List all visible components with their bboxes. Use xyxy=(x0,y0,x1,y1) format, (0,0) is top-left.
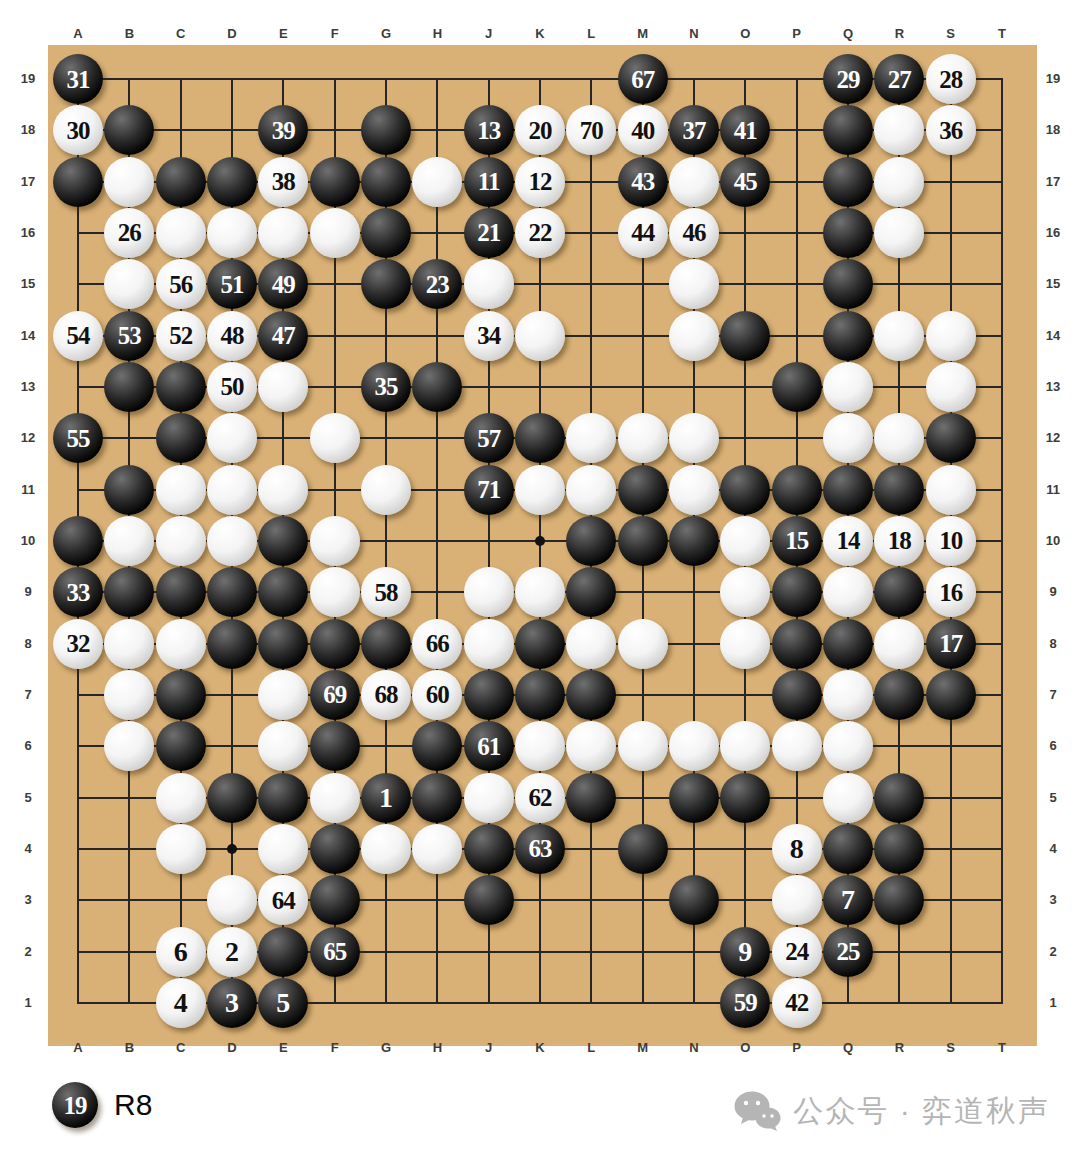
row-label-left: 11 xyxy=(11,482,45,498)
move-number: 51 xyxy=(220,272,243,297)
move-number: 18 xyxy=(888,528,911,553)
stone-white-K16: 22 xyxy=(515,208,565,258)
stone-black-E10 xyxy=(258,516,308,566)
stone-white-N17 xyxy=(669,157,719,207)
move-number: 7 xyxy=(841,886,855,914)
caption-move-number: 19 xyxy=(64,1093,87,1118)
stone-white-C1: 4 xyxy=(156,978,206,1028)
stone-white-E13 xyxy=(258,362,308,412)
stone-black-O14 xyxy=(720,311,770,361)
stone-black-F6 xyxy=(310,721,360,771)
stone-white-C2: 6 xyxy=(156,927,206,977)
row-label-right: 5 xyxy=(1036,790,1070,806)
move-number: 45 xyxy=(734,169,757,194)
stone-black-D15: 51 xyxy=(207,259,257,309)
stone-white-N12 xyxy=(669,413,719,463)
move-number: 11 xyxy=(478,169,500,194)
row-label-left: 14 xyxy=(11,328,45,344)
row-label-right: 13 xyxy=(1036,379,1070,395)
move-number: 38 xyxy=(272,169,295,194)
stone-white-P3 xyxy=(772,875,822,925)
move-number: 50 xyxy=(220,374,243,399)
row-label-right: 11 xyxy=(1036,482,1070,498)
stone-white-J15 xyxy=(464,259,514,309)
stone-black-H5 xyxy=(412,773,462,823)
stone-black-N18: 37 xyxy=(669,105,719,155)
move-number: 54 xyxy=(67,323,90,348)
row-label-left: 10 xyxy=(11,533,45,549)
stone-black-P9 xyxy=(772,567,822,617)
stone-white-S14 xyxy=(926,311,976,361)
move-number: 28 xyxy=(939,67,962,92)
stone-black-J18: 13 xyxy=(464,105,514,155)
move-number: 13 xyxy=(477,118,500,143)
move-number: 10 xyxy=(939,528,962,553)
row-label-left: 4 xyxy=(11,841,45,857)
stone-black-M19: 67 xyxy=(618,54,668,104)
stone-white-S10: 10 xyxy=(926,516,976,566)
move-number: 30 xyxy=(67,118,90,143)
stone-black-G5: 1 xyxy=(361,773,411,823)
stone-white-F12 xyxy=(310,413,360,463)
column-label-bottom: E xyxy=(266,1040,300,1056)
move-number: 9 xyxy=(738,938,752,966)
column-label-bottom: S xyxy=(934,1040,968,1056)
stone-white-K9 xyxy=(515,567,565,617)
stone-white-N16: 46 xyxy=(669,208,719,258)
row-label-right: 3 xyxy=(1036,892,1070,908)
move-number: 49 xyxy=(272,272,295,297)
stone-white-P1: 42 xyxy=(772,978,822,1028)
stone-white-J5 xyxy=(464,773,514,823)
stone-black-B14: 53 xyxy=(104,311,154,361)
column-label-top: A xyxy=(61,26,95,42)
move-number: 44 xyxy=(631,220,654,245)
row-label-left: 7 xyxy=(11,687,45,703)
stone-white-D10 xyxy=(207,516,257,566)
stone-black-G15 xyxy=(361,259,411,309)
stone-white-M8 xyxy=(618,619,668,669)
move-number: 36 xyxy=(939,118,962,143)
stone-black-O5 xyxy=(720,773,770,823)
stone-black-R11 xyxy=(874,465,924,515)
stone-black-S7 xyxy=(926,670,976,720)
stone-black-M17: 43 xyxy=(618,157,668,207)
stone-white-Q12 xyxy=(823,413,873,463)
stone-black-K8 xyxy=(515,619,565,669)
column-label-bottom: D xyxy=(215,1040,249,1056)
stone-black-A19: 31 xyxy=(53,54,103,104)
row-label-right: 15 xyxy=(1036,276,1070,292)
stone-black-N10 xyxy=(669,516,719,566)
stone-black-C13 xyxy=(156,362,206,412)
stone-black-M11 xyxy=(618,465,668,515)
stone-white-E7 xyxy=(258,670,308,720)
move-number: 33 xyxy=(67,580,90,605)
move-number: 37 xyxy=(682,118,705,143)
move-number: 61 xyxy=(477,734,500,759)
stone-black-J11: 71 xyxy=(464,465,514,515)
stone-white-D2: 2 xyxy=(207,927,257,977)
stone-black-Q16 xyxy=(823,208,873,258)
stone-white-K5: 62 xyxy=(515,773,565,823)
stone-black-O17: 45 xyxy=(720,157,770,207)
stone-white-S18: 36 xyxy=(926,105,976,155)
row-label-left: 19 xyxy=(11,71,45,87)
row-label-right: 9 xyxy=(1036,584,1070,600)
stone-white-N14 xyxy=(669,311,719,361)
move-number: 69 xyxy=(323,682,346,707)
stone-white-F10 xyxy=(310,516,360,566)
move-number: 15 xyxy=(785,528,808,553)
stone-black-G17 xyxy=(361,157,411,207)
stone-white-S9: 16 xyxy=(926,567,976,617)
move-number: 35 xyxy=(374,374,397,399)
move-number: 57 xyxy=(477,426,500,451)
move-number: 26 xyxy=(118,220,141,245)
stone-black-Q15 xyxy=(823,259,873,309)
column-label-top: M xyxy=(626,26,660,42)
column-label-bottom: C xyxy=(164,1040,198,1056)
row-label-left: 18 xyxy=(11,122,45,138)
stone-white-M16: 44 xyxy=(618,208,668,258)
stone-black-P7 xyxy=(772,670,822,720)
move-number: 41 xyxy=(734,118,757,143)
stone-white-J9 xyxy=(464,567,514,617)
column-label-bottom: T xyxy=(985,1040,1019,1056)
stone-white-D14: 48 xyxy=(207,311,257,361)
stone-black-F3 xyxy=(310,875,360,925)
move-number: 4 xyxy=(174,989,188,1017)
stone-black-M10 xyxy=(618,516,668,566)
row-label-left: 1 xyxy=(11,995,45,1011)
stone-black-G16 xyxy=(361,208,411,258)
stone-black-Q19: 29 xyxy=(823,54,873,104)
stone-black-R5 xyxy=(874,773,924,823)
move-number: 60 xyxy=(426,682,449,707)
move-number: 31 xyxy=(67,67,90,92)
row-label-left: 3 xyxy=(11,892,45,908)
stone-black-E5 xyxy=(258,773,308,823)
stone-black-J6: 61 xyxy=(464,721,514,771)
column-label-top: C xyxy=(164,26,198,42)
star-point xyxy=(227,844,237,854)
move-number: 52 xyxy=(169,323,192,348)
stone-black-C7 xyxy=(156,670,206,720)
move-caption: 19 R8 xyxy=(52,1082,152,1128)
column-label-top: N xyxy=(677,26,711,42)
stone-white-J14: 34 xyxy=(464,311,514,361)
stone-black-C12 xyxy=(156,413,206,463)
stone-white-R8 xyxy=(874,619,924,669)
stone-black-K12 xyxy=(515,413,565,463)
column-label-bottom: N xyxy=(677,1040,711,1056)
stone-white-J8 xyxy=(464,619,514,669)
move-number: 25 xyxy=(836,939,859,964)
stone-black-G13: 35 xyxy=(361,362,411,412)
move-number: 48 xyxy=(220,323,243,348)
stone-black-P10: 15 xyxy=(772,516,822,566)
stone-white-H4 xyxy=(412,824,462,874)
column-label-top: K xyxy=(523,26,557,42)
stone-white-K11 xyxy=(515,465,565,515)
stone-black-H13 xyxy=(412,362,462,412)
column-label-top: J xyxy=(472,26,506,42)
move-number: 6 xyxy=(174,938,188,966)
stone-white-F5 xyxy=(310,773,360,823)
row-label-left: 13 xyxy=(11,379,45,395)
column-label-top: B xyxy=(112,26,146,42)
row-label-left: 5 xyxy=(11,790,45,806)
stone-white-E17: 38 xyxy=(258,157,308,207)
stone-black-Q18 xyxy=(823,105,873,155)
stone-black-Q17 xyxy=(823,157,873,207)
move-number: 12 xyxy=(528,169,551,194)
move-number: 56 xyxy=(169,272,192,297)
row-label-right: 7 xyxy=(1036,687,1070,703)
move-number: 66 xyxy=(426,631,449,656)
stone-white-C14: 52 xyxy=(156,311,206,361)
column-label-bottom: L xyxy=(574,1040,608,1056)
move-number: 2 xyxy=(225,938,239,966)
move-number: 40 xyxy=(631,118,654,143)
move-number: 23 xyxy=(426,272,449,297)
move-number: 5 xyxy=(276,989,290,1017)
stone-white-E16 xyxy=(258,208,308,258)
stone-white-C4 xyxy=(156,824,206,874)
stone-black-F7: 69 xyxy=(310,670,360,720)
stone-white-B8 xyxy=(104,619,154,669)
stone-black-R4 xyxy=(874,824,924,874)
stone-white-N11 xyxy=(669,465,719,515)
stone-black-D17 xyxy=(207,157,257,207)
row-label-left: 16 xyxy=(11,225,45,241)
stone-white-E4 xyxy=(258,824,308,874)
stone-black-S12 xyxy=(926,413,976,463)
stone-black-P8 xyxy=(772,619,822,669)
stone-black-C6 xyxy=(156,721,206,771)
move-number: 21 xyxy=(477,220,500,245)
stone-black-M4 xyxy=(618,824,668,874)
stone-white-L11 xyxy=(566,465,616,515)
stone-white-L8 xyxy=(566,619,616,669)
stone-black-Q4 xyxy=(823,824,873,874)
stone-white-G7: 68 xyxy=(361,670,411,720)
stone-black-J7 xyxy=(464,670,514,720)
stone-white-F16 xyxy=(310,208,360,258)
stone-white-B7 xyxy=(104,670,154,720)
stone-black-D8 xyxy=(207,619,257,669)
caption-black-stone: 19 xyxy=(52,1082,98,1128)
stone-black-E8 xyxy=(258,619,308,669)
move-number: 43 xyxy=(631,169,654,194)
grid-line-vertical xyxy=(1001,78,1003,1004)
stone-black-O11 xyxy=(720,465,770,515)
stone-white-R16 xyxy=(874,208,924,258)
column-label-top: Q xyxy=(831,26,865,42)
stone-black-A12: 55 xyxy=(53,413,103,463)
stone-white-C8 xyxy=(156,619,206,669)
stone-black-G18 xyxy=(361,105,411,155)
move-number: 47 xyxy=(272,323,295,348)
stone-white-H7: 60 xyxy=(412,670,462,720)
row-label-right: 18 xyxy=(1036,122,1070,138)
go-game-diagram: 19 R8 公众号 · 弈道秋声 AABBCCDDEEFFGGHHJJKKLLM… xyxy=(0,0,1080,1156)
stone-black-A9: 33 xyxy=(53,567,103,617)
column-label-bottom: O xyxy=(728,1040,762,1056)
move-number: 71 xyxy=(477,477,500,502)
stone-white-E11 xyxy=(258,465,308,515)
stone-white-Q13 xyxy=(823,362,873,412)
stone-black-D9 xyxy=(207,567,257,617)
move-number: 17 xyxy=(939,631,962,656)
stone-black-J12: 57 xyxy=(464,413,514,463)
move-number: 32 xyxy=(67,631,90,656)
stone-black-S8: 17 xyxy=(926,619,976,669)
stone-white-P4: 8 xyxy=(772,824,822,874)
column-label-top: O xyxy=(728,26,762,42)
stone-white-R10: 18 xyxy=(874,516,924,566)
move-number: 20 xyxy=(528,118,551,143)
row-label-right: 17 xyxy=(1036,174,1070,190)
column-label-top: S xyxy=(934,26,968,42)
stone-white-P6 xyxy=(772,721,822,771)
stone-black-P11 xyxy=(772,465,822,515)
stone-white-H17 xyxy=(412,157,462,207)
stone-black-G8 xyxy=(361,619,411,669)
row-label-right: 4 xyxy=(1036,841,1070,857)
stone-white-D13: 50 xyxy=(207,362,257,412)
stone-black-O2: 9 xyxy=(720,927,770,977)
stone-white-Q6 xyxy=(823,721,873,771)
row-label-left: 17 xyxy=(11,174,45,190)
stone-black-C17 xyxy=(156,157,206,207)
row-label-left: 9 xyxy=(11,584,45,600)
stone-white-A8: 32 xyxy=(53,619,103,669)
star-point xyxy=(535,536,545,546)
stone-white-K17: 12 xyxy=(515,157,565,207)
stone-white-O10 xyxy=(720,516,770,566)
stone-black-Q8 xyxy=(823,619,873,669)
stone-white-K18: 20 xyxy=(515,105,565,155)
move-number: 59 xyxy=(734,990,757,1015)
column-label-top: H xyxy=(420,26,454,42)
row-label-left: 2 xyxy=(11,944,45,960)
column-label-top: L xyxy=(574,26,608,42)
move-number: 65 xyxy=(323,939,346,964)
move-number: 70 xyxy=(580,118,603,143)
stone-black-R19: 27 xyxy=(874,54,924,104)
stone-black-J3 xyxy=(464,875,514,925)
stone-white-C10 xyxy=(156,516,206,566)
stone-black-E1: 5 xyxy=(258,978,308,1028)
stone-black-O1: 59 xyxy=(720,978,770,1028)
stone-white-D11 xyxy=(207,465,257,515)
stone-black-N3 xyxy=(669,875,719,925)
stone-black-D5 xyxy=(207,773,257,823)
move-number: 14 xyxy=(836,528,859,553)
stone-white-Q7 xyxy=(823,670,873,720)
stone-white-N6 xyxy=(669,721,719,771)
stone-white-F9 xyxy=(310,567,360,617)
column-label-bottom: K xyxy=(523,1040,557,1056)
stone-white-S11 xyxy=(926,465,976,515)
column-label-bottom: B xyxy=(112,1040,146,1056)
stone-black-L7 xyxy=(566,670,616,720)
stone-black-A10 xyxy=(53,516,103,566)
move-number: 55 xyxy=(67,426,90,451)
stone-black-R7 xyxy=(874,670,924,720)
row-label-right: 2 xyxy=(1036,944,1070,960)
column-label-top: F xyxy=(318,26,352,42)
move-number: 53 xyxy=(118,323,141,348)
stone-white-G4 xyxy=(361,824,411,874)
stone-black-F17 xyxy=(310,157,360,207)
stone-white-K6 xyxy=(515,721,565,771)
stone-black-F8 xyxy=(310,619,360,669)
stone-white-S19: 28 xyxy=(926,54,976,104)
stone-white-O8 xyxy=(720,619,770,669)
stone-white-G11 xyxy=(361,465,411,515)
column-label-top: T xyxy=(985,26,1019,42)
stone-white-R14 xyxy=(874,311,924,361)
wechat-icon xyxy=(733,1090,781,1132)
column-label-bottom: P xyxy=(780,1040,814,1056)
stone-white-H8: 66 xyxy=(412,619,462,669)
stone-white-D3 xyxy=(207,875,257,925)
stone-white-D12 xyxy=(207,413,257,463)
column-label-top: D xyxy=(215,26,249,42)
stone-black-K4: 63 xyxy=(515,824,565,874)
row-label-left: 6 xyxy=(11,738,45,754)
row-label-right: 19 xyxy=(1036,71,1070,87)
move-number: 1 xyxy=(379,784,393,812)
stone-black-E2 xyxy=(258,927,308,977)
column-label-top: E xyxy=(266,26,300,42)
stone-white-N15 xyxy=(669,259,719,309)
stone-black-J17: 11 xyxy=(464,157,514,207)
move-number: 34 xyxy=(477,323,500,348)
column-label-top: G xyxy=(369,26,403,42)
stone-white-B10 xyxy=(104,516,154,566)
stone-black-C9 xyxy=(156,567,206,617)
stone-black-E14: 47 xyxy=(258,311,308,361)
stone-black-B11 xyxy=(104,465,154,515)
row-label-right: 12 xyxy=(1036,430,1070,446)
move-number: 16 xyxy=(939,580,962,605)
move-number: 29 xyxy=(836,67,859,92)
stone-white-Q10: 14 xyxy=(823,516,873,566)
move-number: 67 xyxy=(631,67,654,92)
column-label-bottom: A xyxy=(61,1040,95,1056)
stone-white-G9: 58 xyxy=(361,567,411,617)
column-label-bottom: H xyxy=(420,1040,454,1056)
watermark-text: 公众号 · 弈道秋声 xyxy=(793,1091,1050,1132)
stone-white-D16 xyxy=(207,208,257,258)
move-number: 68 xyxy=(374,682,397,707)
row-label-right: 14 xyxy=(1036,328,1070,344)
move-number: 22 xyxy=(528,220,551,245)
stone-white-B16: 26 xyxy=(104,208,154,258)
stone-black-A17 xyxy=(53,157,103,207)
column-label-bottom: J xyxy=(472,1040,506,1056)
column-label-bottom: F xyxy=(318,1040,352,1056)
move-number: 3 xyxy=(225,989,239,1017)
stone-white-P2: 24 xyxy=(772,927,822,977)
stone-black-Q3: 7 xyxy=(823,875,873,925)
stone-black-Q11 xyxy=(823,465,873,515)
column-label-top: R xyxy=(882,26,916,42)
